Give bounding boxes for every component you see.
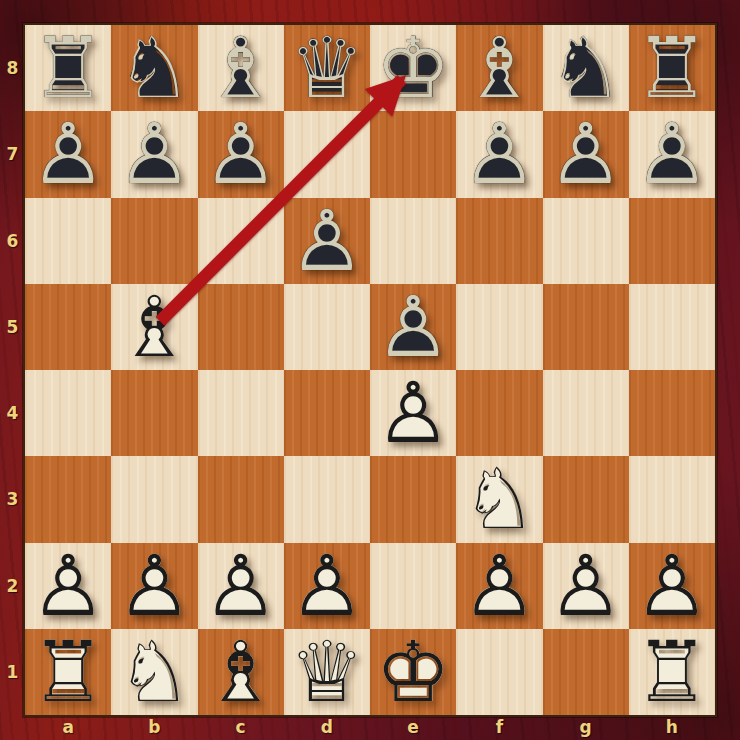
square-f2[interactable]: ♟♙ [456, 543, 542, 629]
square-b2[interactable]: ♟♙ [111, 543, 197, 629]
square-f8[interactable]: ♝♗ [456, 25, 542, 111]
file-label-g: g [543, 713, 629, 740]
pawn-outline-icon: ♙ [543, 111, 629, 197]
square-d1[interactable]: ♛♕ [284, 629, 370, 715]
pawn-outline-icon: ♙ [370, 370, 456, 456]
square-f3[interactable]: ♞♘ [456, 456, 542, 542]
square-h3[interactable] [629, 456, 715, 542]
square-b5[interactable]: ♝♗ [111, 284, 197, 370]
bishop-outline-icon: ♗ [456, 25, 542, 111]
square-e5[interactable]: ♟♙ [370, 284, 456, 370]
piece-white-pawn-f2[interactable]: ♟♙ [456, 543, 542, 629]
pawn-outline-icon: ♙ [456, 111, 542, 197]
piece-black-rook-h8[interactable]: ♜♖ [629, 25, 715, 111]
square-f5[interactable] [456, 284, 542, 370]
square-c3[interactable] [198, 456, 284, 542]
piece-black-pawn-a7[interactable]: ♟♙ [25, 111, 111, 197]
square-g3[interactable] [543, 456, 629, 542]
king-outline-icon: ♔ [370, 25, 456, 111]
square-d4[interactable] [284, 370, 370, 456]
pawn-outline-icon: ♙ [370, 284, 456, 370]
square-c2[interactable]: ♟♙ [198, 543, 284, 629]
rank-label-6: 6 [0, 198, 25, 284]
square-g5[interactable] [543, 284, 629, 370]
square-g1[interactable] [543, 629, 629, 715]
square-g8[interactable]: ♞♘ [543, 25, 629, 111]
pawn-outline-icon: ♙ [198, 111, 284, 197]
square-e4[interactable]: ♟♙ [370, 370, 456, 456]
pawn-outline-icon: ♙ [111, 111, 197, 197]
pawn-outline-icon: ♙ [198, 543, 284, 629]
piece-white-pawn-c2[interactable]: ♟♙ [198, 543, 284, 629]
square-g4[interactable] [543, 370, 629, 456]
pawn-outline-icon: ♙ [456, 543, 542, 629]
square-d8[interactable]: ♛♕ [284, 25, 370, 111]
rank-label-5: 5 [0, 284, 25, 370]
square-b3[interactable] [111, 456, 197, 542]
square-f4[interactable] [456, 370, 542, 456]
piece-white-pawn-h2[interactable]: ♟♙ [629, 543, 715, 629]
square-h4[interactable] [629, 370, 715, 456]
piece-black-queen-d8[interactable]: ♛♕ [284, 25, 370, 111]
piece-white-knight-f3[interactable]: ♞♘ [456, 456, 542, 542]
pawn-outline-icon: ♙ [111, 543, 197, 629]
square-h6[interactable] [629, 198, 715, 284]
piece-white-king-e1[interactable]: ♚♔ [370, 629, 456, 715]
square-g6[interactable] [543, 198, 629, 284]
square-h2[interactable]: ♟♙ [629, 543, 715, 629]
queen-outline-icon: ♕ [284, 629, 370, 715]
rook-outline-icon: ♖ [629, 629, 715, 715]
square-c4[interactable] [198, 370, 284, 456]
square-e2[interactable] [370, 543, 456, 629]
piece-white-pawn-e4[interactable]: ♟♙ [370, 370, 456, 456]
square-a6[interactable] [25, 198, 111, 284]
piece-black-pawn-h7[interactable]: ♟♙ [629, 111, 715, 197]
pawn-outline-icon: ♙ [284, 198, 370, 284]
square-e3[interactable] [370, 456, 456, 542]
file-label-f: f [456, 713, 542, 740]
piece-black-bishop-c8[interactable]: ♝♗ [198, 25, 284, 111]
square-e6[interactable] [370, 198, 456, 284]
rank-label-1: 1 [0, 629, 25, 715]
square-d7[interactable] [284, 111, 370, 197]
piece-black-knight-b8[interactable]: ♞♘ [111, 25, 197, 111]
knight-outline-icon: ♘ [456, 456, 542, 542]
square-b6[interactable] [111, 198, 197, 284]
square-e7[interactable] [370, 111, 456, 197]
square-c5[interactable] [198, 284, 284, 370]
piece-black-pawn-b7[interactable]: ♟♙ [111, 111, 197, 197]
piece-white-pawn-a2[interactable]: ♟♙ [25, 543, 111, 629]
queen-outline-icon: ♕ [284, 25, 370, 111]
piece-black-pawn-g7[interactable]: ♟♙ [543, 111, 629, 197]
bishop-outline-icon: ♗ [198, 25, 284, 111]
bishop-outline-icon: ♗ [111, 284, 197, 370]
pawn-outline-icon: ♙ [629, 111, 715, 197]
chess-diagram: 87654321 abcdefgh ♜♖♞♘♝♗♛♕♚♔♝♗♞♘♜♖♟♙♟♙♟♙… [0, 0, 740, 740]
square-a5[interactable] [25, 284, 111, 370]
pawn-outline-icon: ♙ [629, 543, 715, 629]
piece-white-rook-h1[interactable]: ♜♖ [629, 629, 715, 715]
square-g7[interactable]: ♟♙ [543, 111, 629, 197]
rank-label-8: 8 [0, 25, 25, 111]
square-e1[interactable]: ♚♔ [370, 629, 456, 715]
square-h7[interactable]: ♟♙ [629, 111, 715, 197]
square-b4[interactable] [111, 370, 197, 456]
pawn-outline-icon: ♙ [543, 543, 629, 629]
square-c8[interactable]: ♝♗ [198, 25, 284, 111]
rank-label-3: 3 [0, 456, 25, 542]
rank-label-2: 2 [0, 543, 25, 629]
square-a4[interactable] [25, 370, 111, 456]
piece-white-queen-d1[interactable]: ♛♕ [284, 629, 370, 715]
pawn-outline-icon: ♙ [284, 543, 370, 629]
square-g2[interactable]: ♟♙ [543, 543, 629, 629]
piece-black-pawn-f7[interactable]: ♟♙ [456, 111, 542, 197]
knight-outline-icon: ♘ [543, 25, 629, 111]
square-b8[interactable]: ♞♘ [111, 25, 197, 111]
rook-outline-icon: ♖ [629, 25, 715, 111]
piece-white-bishop-c1[interactable]: ♝♗ [198, 629, 284, 715]
piece-white-pawn-d2[interactable]: ♟♙ [284, 543, 370, 629]
piece-black-bishop-f8[interactable]: ♝♗ [456, 25, 542, 111]
square-a2[interactable]: ♟♙ [25, 543, 111, 629]
square-c7[interactable]: ♟♙ [198, 111, 284, 197]
rank-label-4: 4 [0, 370, 25, 456]
pawn-outline-icon: ♙ [25, 111, 111, 197]
square-d5[interactable] [284, 284, 370, 370]
square-f6[interactable] [456, 198, 542, 284]
square-h1[interactable]: ♜♖ [629, 629, 715, 715]
rank-labels: 87654321 [0, 25, 25, 715]
square-f7[interactable]: ♟♙ [456, 111, 542, 197]
piece-black-rook-a8[interactable]: ♜♖ [25, 25, 111, 111]
rook-outline-icon: ♖ [25, 629, 111, 715]
square-f1[interactable] [456, 629, 542, 715]
piece-white-pawn-g2[interactable]: ♟♙ [543, 543, 629, 629]
piece-black-pawn-e5[interactable]: ♟♙ [370, 284, 456, 370]
rook-outline-icon: ♖ [25, 25, 111, 111]
square-b1[interactable]: ♞♘ [111, 629, 197, 715]
piece-black-knight-g8[interactable]: ♞♘ [543, 25, 629, 111]
piece-white-pawn-b2[interactable]: ♟♙ [111, 543, 197, 629]
square-c1[interactable]: ♝♗ [198, 629, 284, 715]
piece-white-bishop-b5[interactable]: ♝♗ [111, 284, 197, 370]
square-a7[interactable]: ♟♙ [25, 111, 111, 197]
square-a8[interactable]: ♜♖ [25, 25, 111, 111]
square-h8[interactable]: ♜♖ [629, 25, 715, 111]
square-h5[interactable] [629, 284, 715, 370]
square-d2[interactable]: ♟♙ [284, 543, 370, 629]
piece-white-rook-a1[interactable]: ♜♖ [25, 629, 111, 715]
bishop-outline-icon: ♗ [198, 629, 284, 715]
piece-black-pawn-d6[interactable]: ♟♙ [284, 198, 370, 284]
rank-label-7: 7 [0, 111, 25, 197]
square-c6[interactable] [198, 198, 284, 284]
square-d3[interactable] [284, 456, 370, 542]
square-b7[interactable]: ♟♙ [111, 111, 197, 197]
square-e8[interactable]: ♚♔ [370, 25, 456, 111]
piece-white-knight-b1[interactable]: ♞♘ [111, 629, 197, 715]
square-a3[interactable] [25, 456, 111, 542]
knight-outline-icon: ♘ [111, 25, 197, 111]
pawn-outline-icon: ♙ [25, 543, 111, 629]
piece-black-king-e8[interactable]: ♚♔ [370, 25, 456, 111]
square-a1[interactable]: ♜♖ [25, 629, 111, 715]
board[interactable]: ♜♖♞♘♝♗♛♕♚♔♝♗♞♘♜♖♟♙♟♙♟♙♟♙♟♙♟♙♟♙♝♗♟♙♟♙♞♘♟♙… [25, 25, 715, 715]
king-outline-icon: ♔ [370, 629, 456, 715]
square-d6[interactable]: ♟♙ [284, 198, 370, 284]
knight-outline-icon: ♘ [111, 629, 197, 715]
piece-black-pawn-c7[interactable]: ♟♙ [198, 111, 284, 197]
